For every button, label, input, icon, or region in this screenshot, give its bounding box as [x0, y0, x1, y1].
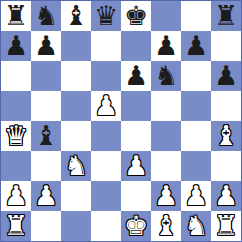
square-c1[interactable]: [61, 211, 91, 241]
square-d5[interactable]: ♟: [91, 91, 121, 121]
square-h5[interactable]: [211, 91, 241, 121]
square-b7[interactable]: ♟: [31, 31, 61, 61]
piece-white-bishop[interactable]: ♝: [211, 121, 241, 151]
piece-white-pawn[interactable]: ♟: [1, 181, 31, 211]
piece-white-pawn[interactable]: ♟: [181, 181, 211, 211]
square-a4[interactable]: ♛: [1, 121, 31, 151]
square-d6[interactable]: [91, 61, 121, 91]
piece-white-knight[interactable]: ♞: [61, 151, 91, 181]
piece-black-pawn[interactable]: ♟: [211, 61, 241, 91]
piece-black-pawn[interactable]: ♟: [1, 31, 31, 61]
square-f2[interactable]: ♟: [151, 181, 181, 211]
square-b8[interactable]: ♞: [31, 1, 61, 31]
square-e4[interactable]: [121, 121, 151, 151]
square-d3[interactable]: [91, 151, 121, 181]
square-d4[interactable]: [91, 121, 121, 151]
square-h7[interactable]: [211, 31, 241, 61]
square-b5[interactable]: [31, 91, 61, 121]
piece-white-king[interactable]: ♚: [121, 211, 151, 241]
square-g1[interactable]: ♞: [181, 211, 211, 241]
piece-black-queen[interactable]: ♛: [91, 1, 121, 31]
square-a6[interactable]: [1, 61, 31, 91]
square-h6[interactable]: ♟: [211, 61, 241, 91]
square-c6[interactable]: [61, 61, 91, 91]
square-h4[interactable]: ♝: [211, 121, 241, 151]
square-f5[interactable]: [151, 91, 181, 121]
square-d7[interactable]: [91, 31, 121, 61]
square-f3[interactable]: [151, 151, 181, 181]
square-a7[interactable]: ♟: [1, 31, 31, 61]
square-g4[interactable]: [181, 121, 211, 151]
square-a2[interactable]: ♟: [1, 181, 31, 211]
square-e5[interactable]: [121, 91, 151, 121]
piece-black-knight[interactable]: ♞: [31, 1, 61, 31]
piece-white-queen[interactable]: ♛: [1, 121, 31, 151]
square-b3[interactable]: [31, 151, 61, 181]
piece-black-pawn[interactable]: ♟: [151, 31, 181, 61]
square-e8[interactable]: ♚: [121, 1, 151, 31]
square-c4[interactable]: [61, 121, 91, 151]
square-b4[interactable]: ♝: [31, 121, 61, 151]
piece-white-bishop[interactable]: ♝: [151, 211, 181, 241]
piece-black-pawn[interactable]: ♟: [31, 31, 61, 61]
square-d8[interactable]: ♛: [91, 1, 121, 31]
square-f4[interactable]: [151, 121, 181, 151]
square-d2[interactable]: [91, 181, 121, 211]
square-g5[interactable]: [181, 91, 211, 121]
piece-black-rook[interactable]: ♜: [211, 1, 241, 31]
square-e2[interactable]: [121, 181, 151, 211]
square-b2[interactable]: ♟: [31, 181, 61, 211]
square-h3[interactable]: [211, 151, 241, 181]
piece-white-knight[interactable]: ♞: [181, 211, 211, 241]
square-g6[interactable]: [181, 61, 211, 91]
square-e3[interactable]: ♟: [121, 151, 151, 181]
piece-black-knight[interactable]: ♞: [151, 61, 181, 91]
square-a8[interactable]: ♜: [1, 1, 31, 31]
square-f8[interactable]: [151, 1, 181, 31]
piece-black-bishop[interactable]: ♝: [31, 121, 61, 151]
piece-white-rook[interactable]: ♜: [211, 211, 241, 241]
square-h8[interactable]: ♜: [211, 1, 241, 31]
square-a5[interactable]: [1, 91, 31, 121]
square-f6[interactable]: ♞: [151, 61, 181, 91]
piece-black-rook[interactable]: ♜: [1, 1, 31, 31]
piece-white-pawn[interactable]: ♟: [151, 181, 181, 211]
square-f7[interactable]: ♟: [151, 31, 181, 61]
square-c3[interactable]: ♞: [61, 151, 91, 181]
piece-black-pawn[interactable]: ♟: [181, 31, 211, 61]
square-g8[interactable]: [181, 1, 211, 31]
square-c7[interactable]: [61, 31, 91, 61]
chess-board: ♜♞♝♛♚♜♟♟♟♟♟♞♟♟♛♝♝♞♟♟♟♟♟♟♜♚♝♞♜: [0, 0, 242, 242]
square-a1[interactable]: ♜: [1, 211, 31, 241]
piece-black-pawn[interactable]: ♟: [121, 61, 151, 91]
square-e7[interactable]: [121, 31, 151, 61]
square-c8[interactable]: ♝: [61, 1, 91, 31]
piece-black-king[interactable]: ♚: [121, 1, 151, 31]
square-g2[interactable]: ♟: [181, 181, 211, 211]
square-g3[interactable]: [181, 151, 211, 181]
piece-white-pawn[interactable]: ♟: [31, 181, 61, 211]
square-f1[interactable]: ♝: [151, 211, 181, 241]
square-c5[interactable]: [61, 91, 91, 121]
square-g7[interactable]: ♟: [181, 31, 211, 61]
square-h1[interactable]: ♜: [211, 211, 241, 241]
piece-white-pawn[interactable]: ♟: [121, 151, 151, 181]
square-a3[interactable]: [1, 151, 31, 181]
square-e6[interactable]: ♟: [121, 61, 151, 91]
square-e1[interactable]: ♚: [121, 211, 151, 241]
piece-white-rook[interactable]: ♜: [1, 211, 31, 241]
piece-white-pawn[interactable]: ♟: [91, 91, 121, 121]
piece-white-pawn[interactable]: ♟: [211, 181, 241, 211]
piece-black-bishop[interactable]: ♝: [61, 1, 91, 31]
square-h2[interactable]: ♟: [211, 181, 241, 211]
square-b1[interactable]: [31, 211, 61, 241]
square-c2[interactable]: [61, 181, 91, 211]
square-d1[interactable]: [91, 211, 121, 241]
square-b6[interactable]: [31, 61, 61, 91]
